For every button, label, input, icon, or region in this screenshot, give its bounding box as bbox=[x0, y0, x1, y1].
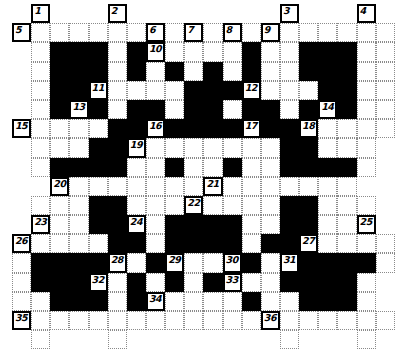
grid-cell[interactable] bbox=[376, 253, 395, 272]
grid-cell[interactable] bbox=[261, 177, 280, 196]
grid-cell[interactable] bbox=[89, 177, 108, 196]
grid-cell[interactable] bbox=[146, 138, 165, 157]
grid-cell[interactable] bbox=[242, 215, 261, 234]
blocked-cell bbox=[108, 234, 127, 253]
blocked-cell bbox=[203, 100, 222, 119]
grid-cell[interactable] bbox=[242, 138, 261, 157]
grid-cell[interactable] bbox=[146, 311, 165, 330]
blocked-cell bbox=[89, 138, 108, 157]
numbered-cell-4[interactable]: 4 bbox=[357, 4, 376, 23]
blocked-cell bbox=[223, 215, 242, 234]
grid-cell[interactable] bbox=[337, 23, 356, 42]
grid-cell[interactable] bbox=[357, 81, 376, 100]
numbered-cell-28[interactable]: 28 bbox=[108, 253, 127, 272]
numbered-cell-3[interactable]: 3 bbox=[280, 4, 299, 23]
grid-cell[interactable] bbox=[165, 177, 184, 196]
blocked-cell bbox=[318, 273, 337, 292]
grid-cell[interactable] bbox=[146, 234, 165, 253]
blocked-cell bbox=[280, 119, 299, 138]
numbered-cell-9[interactable]: 9 bbox=[261, 23, 280, 42]
grid-cell[interactable] bbox=[165, 42, 184, 61]
blocked-cell bbox=[127, 62, 146, 81]
grid-cell[interactable] bbox=[242, 311, 261, 330]
grid-cell[interactable] bbox=[108, 62, 127, 81]
clue-number: 31 bbox=[283, 255, 295, 265]
clue-number: 36 bbox=[264, 313, 276, 323]
grid-cell[interactable] bbox=[357, 158, 376, 177]
numbered-cell-36[interactable]: 36 bbox=[261, 311, 280, 330]
grid-cell[interactable] bbox=[242, 234, 261, 253]
crossword-grid: 1234567891011121314151617181920212223242… bbox=[12, 4, 395, 349]
grid-cell[interactable] bbox=[165, 196, 184, 215]
numbered-cell-1[interactable]: 1 bbox=[31, 4, 50, 23]
blocked-cell bbox=[299, 158, 318, 177]
numbered-cell-13[interactable]: 13 bbox=[69, 100, 88, 119]
grid-cell[interactable] bbox=[184, 62, 203, 81]
numbered-cell-19[interactable]: 19 bbox=[127, 138, 146, 157]
grid-cell[interactable] bbox=[50, 138, 69, 157]
grid-cell[interactable] bbox=[50, 234, 69, 253]
grid-cell[interactable] bbox=[31, 138, 50, 157]
numbered-cell-7[interactable]: 7 bbox=[184, 23, 203, 42]
grid-cell[interactable] bbox=[50, 196, 69, 215]
grid-cell[interactable] bbox=[31, 196, 50, 215]
blocked-cell bbox=[50, 42, 69, 61]
grid-cell[interactable] bbox=[299, 81, 318, 100]
blocked-cell bbox=[31, 273, 50, 292]
grid-cell[interactable] bbox=[184, 292, 203, 311]
grid-cell[interactable] bbox=[280, 100, 299, 119]
blocked-cell bbox=[337, 158, 356, 177]
numbered-cell-33[interactable]: 33 bbox=[223, 273, 242, 292]
grid-cell[interactable] bbox=[337, 119, 356, 138]
grid-cell[interactable] bbox=[50, 215, 69, 234]
clue-number: 2 bbox=[111, 6, 117, 16]
grid-cell[interactable] bbox=[69, 234, 88, 253]
grid-cell[interactable] bbox=[376, 311, 395, 330]
grid-cell[interactable] bbox=[203, 311, 222, 330]
grid-cell[interactable] bbox=[337, 234, 356, 253]
grid-cell[interactable] bbox=[357, 311, 376, 330]
grid-cell[interactable] bbox=[184, 311, 203, 330]
grid-cell[interactable] bbox=[12, 273, 31, 292]
grid-cell[interactable] bbox=[108, 311, 127, 330]
grid-cell[interactable] bbox=[127, 196, 146, 215]
grid-cell[interactable] bbox=[280, 81, 299, 100]
grid-cell[interactable] bbox=[357, 234, 376, 253]
grid-cell[interactable] bbox=[223, 138, 242, 157]
grid-cell[interactable] bbox=[203, 196, 222, 215]
grid-cell[interactable] bbox=[242, 196, 261, 215]
grid-cell[interactable] bbox=[376, 62, 395, 81]
grid-cell[interactable] bbox=[223, 100, 242, 119]
grid-cell[interactable] bbox=[146, 196, 165, 215]
blocked-cell bbox=[280, 234, 299, 253]
grid-cell[interactable] bbox=[50, 23, 69, 42]
grid-cell[interactable] bbox=[31, 23, 50, 42]
blocked-cell bbox=[203, 234, 222, 253]
grid-cell[interactable] bbox=[357, 62, 376, 81]
grid-cell[interactable] bbox=[108, 273, 127, 292]
grid-cell[interactable] bbox=[280, 42, 299, 61]
grid-cell[interactable] bbox=[31, 62, 50, 81]
clue-number: 27 bbox=[302, 236, 314, 246]
numbered-cell-27[interactable]: 27 bbox=[299, 234, 318, 253]
grid-cell[interactable] bbox=[261, 158, 280, 177]
grid-cell[interactable] bbox=[69, 138, 88, 157]
blocked-cell bbox=[299, 253, 318, 272]
grid-cell[interactable] bbox=[357, 138, 376, 157]
grid-cell[interactable] bbox=[31, 292, 50, 311]
grid-cell[interactable] bbox=[69, 196, 88, 215]
numbered-cell-21[interactable]: 21 bbox=[203, 177, 222, 196]
clue-number: 34 bbox=[149, 294, 161, 304]
grid-cell[interactable] bbox=[165, 23, 184, 42]
numbered-cell-34[interactable]: 34 bbox=[146, 292, 165, 311]
grid-cell[interactable] bbox=[280, 62, 299, 81]
blocked-cell bbox=[299, 196, 318, 215]
blocked-cell bbox=[280, 138, 299, 157]
crossword-puzzle-page: 1234567891011121314151617181920212223242… bbox=[0, 0, 400, 360]
grid-cell[interactable] bbox=[31, 119, 50, 138]
blocked-cell bbox=[89, 215, 108, 234]
clue-number: 14 bbox=[321, 102, 333, 112]
grid-cell[interactable] bbox=[108, 177, 127, 196]
blocked-cell bbox=[242, 100, 261, 119]
blocked-cell bbox=[299, 100, 318, 119]
blocked-cell bbox=[299, 138, 318, 157]
numbered-cell-18[interactable]: 18 bbox=[299, 119, 318, 138]
grid-cell[interactable] bbox=[69, 177, 88, 196]
blocked-cell bbox=[69, 62, 88, 81]
grid-cell[interactable] bbox=[223, 292, 242, 311]
blocked-cell bbox=[261, 234, 280, 253]
grid-cell[interactable] bbox=[280, 292, 299, 311]
grid-cell[interactable] bbox=[184, 138, 203, 157]
grid-cell[interactable] bbox=[127, 23, 146, 42]
blocked-cell bbox=[223, 81, 242, 100]
blocked-cell bbox=[89, 158, 108, 177]
grid-cell[interactable] bbox=[127, 253, 146, 272]
blocked-cell bbox=[280, 215, 299, 234]
numbered-cell-11[interactable]: 11 bbox=[89, 81, 108, 100]
blocked-cell bbox=[242, 62, 261, 81]
grid-cell[interactable] bbox=[357, 100, 376, 119]
grid-cell[interactable] bbox=[318, 311, 337, 330]
grid-cell[interactable] bbox=[357, 23, 376, 42]
blocked-cell bbox=[337, 253, 356, 272]
grid-cell[interactable] bbox=[146, 81, 165, 100]
grid-cell[interactable] bbox=[108, 81, 127, 100]
blocked-cell bbox=[318, 292, 337, 311]
grid-cell[interactable] bbox=[376, 81, 395, 100]
blocked-cell bbox=[337, 273, 356, 292]
grid-cell[interactable] bbox=[280, 23, 299, 42]
grid-cell[interactable] bbox=[242, 177, 261, 196]
blocked-cell bbox=[108, 138, 127, 157]
grid-cell[interactable] bbox=[318, 215, 337, 234]
blocked-cell bbox=[165, 158, 184, 177]
grid-cell[interactable] bbox=[223, 177, 242, 196]
grid-cell[interactable] bbox=[261, 81, 280, 100]
numbered-cell-31[interactable]: 31 bbox=[280, 253, 299, 272]
clue-number: 7 bbox=[187, 25, 193, 35]
numbered-cell-29[interactable]: 29 bbox=[165, 253, 184, 272]
numbered-cell-25[interactable]: 25 bbox=[357, 215, 376, 234]
grid-cell[interactable] bbox=[127, 311, 146, 330]
grid-cell[interactable] bbox=[337, 177, 356, 196]
blocked-cell bbox=[31, 253, 50, 272]
grid-cell[interactable] bbox=[376, 100, 395, 119]
grid-cell[interactable] bbox=[184, 42, 203, 61]
grid-cell[interactable] bbox=[242, 158, 261, 177]
grid-cell[interactable] bbox=[318, 119, 337, 138]
grid-cell[interactable] bbox=[89, 23, 108, 42]
blocked-cell bbox=[299, 292, 318, 311]
blocked-cell bbox=[146, 100, 165, 119]
grid-cell[interactable] bbox=[357, 196, 376, 215]
blocked-cell bbox=[203, 119, 222, 138]
grid-cell[interactable] bbox=[108, 42, 127, 61]
grid-cell[interactable] bbox=[146, 177, 165, 196]
blocked-cell bbox=[69, 273, 88, 292]
grid-cell[interactable] bbox=[12, 292, 31, 311]
grid-cell[interactable] bbox=[299, 177, 318, 196]
grid-cell[interactable] bbox=[223, 196, 242, 215]
grid-cell[interactable] bbox=[337, 215, 356, 234]
blocked-cell bbox=[69, 81, 88, 100]
blocked-cell bbox=[280, 196, 299, 215]
numbered-cell-14[interactable]: 14 bbox=[318, 100, 337, 119]
blocked-cell bbox=[50, 100, 69, 119]
grid-cell[interactable] bbox=[89, 311, 108, 330]
grid-cell[interactable] bbox=[261, 42, 280, 61]
numbered-cell-10[interactable]: 10 bbox=[146, 42, 165, 61]
numbered-cell-23[interactable]: 23 bbox=[31, 215, 50, 234]
grid-cell[interactable] bbox=[203, 138, 222, 157]
grid-cell[interactable] bbox=[203, 158, 222, 177]
blocked-cell bbox=[89, 292, 108, 311]
grid-cell[interactable] bbox=[108, 292, 127, 311]
blocked-cell bbox=[89, 253, 108, 272]
grid-cell[interactable] bbox=[31, 81, 50, 100]
clue-number: 11 bbox=[92, 83, 104, 93]
grid-cell[interactable] bbox=[69, 119, 88, 138]
grid-cell[interactable] bbox=[184, 177, 203, 196]
grid-cell[interactable] bbox=[357, 292, 376, 311]
blocked-cell bbox=[69, 253, 88, 272]
clue-number: 8 bbox=[226, 25, 232, 35]
grid-cell[interactable] bbox=[280, 330, 299, 349]
blocked-cell bbox=[69, 42, 88, 61]
grid-cell[interactable] bbox=[165, 292, 184, 311]
grid-cell[interactable] bbox=[261, 215, 280, 234]
grid-cell[interactable] bbox=[318, 23, 337, 42]
grid-cell[interactable] bbox=[146, 158, 165, 177]
numbered-cell-16[interactable]: 16 bbox=[146, 119, 165, 138]
grid-cell[interactable] bbox=[69, 311, 88, 330]
clue-number: 10 bbox=[149, 44, 161, 54]
grid-cell[interactable] bbox=[69, 215, 88, 234]
grid-cell[interactable] bbox=[127, 158, 146, 177]
grid-cell[interactable] bbox=[12, 253, 31, 272]
grid-cell[interactable] bbox=[242, 23, 261, 42]
grid-cell[interactable] bbox=[146, 273, 165, 292]
grid-cell[interactable] bbox=[89, 119, 108, 138]
grid-cell[interactable] bbox=[184, 273, 203, 292]
grid-cell[interactable] bbox=[203, 42, 222, 61]
blocked-cell bbox=[127, 119, 146, 138]
numbered-cell-15[interactable]: 15 bbox=[12, 119, 31, 138]
blocked-cell bbox=[50, 81, 69, 100]
blocked-cell bbox=[299, 42, 318, 61]
grid-cell[interactable] bbox=[108, 330, 127, 349]
grid-cell[interactable] bbox=[89, 234, 108, 253]
grid-cell[interactable] bbox=[318, 177, 337, 196]
blocked-cell bbox=[165, 215, 184, 234]
grid-cell[interactable] bbox=[50, 311, 69, 330]
numbered-cell-20[interactable]: 20 bbox=[50, 177, 69, 196]
grid-cell[interactable] bbox=[203, 23, 222, 42]
grid-cell[interactable] bbox=[184, 253, 203, 272]
clue-number: 25 bbox=[360, 217, 372, 227]
blocked-cell bbox=[299, 273, 318, 292]
grid-cell[interactable] bbox=[376, 23, 395, 42]
blocked-cell bbox=[50, 273, 69, 292]
grid-cell[interactable] bbox=[318, 196, 337, 215]
blocked-cell bbox=[108, 196, 127, 215]
grid-cell[interactable] bbox=[31, 158, 50, 177]
grid-cell[interactable] bbox=[31, 311, 50, 330]
grid-cell[interactable] bbox=[261, 196, 280, 215]
grid-cell[interactable] bbox=[337, 196, 356, 215]
clue-number: 33 bbox=[226, 275, 238, 285]
numbered-cell-24[interactable]: 24 bbox=[127, 215, 146, 234]
blocked-cell bbox=[357, 253, 376, 272]
grid-cell[interactable] bbox=[261, 62, 280, 81]
grid-cell[interactable] bbox=[261, 273, 280, 292]
blocked-cell bbox=[184, 81, 203, 100]
blocked-cell bbox=[165, 234, 184, 253]
blocked-cell bbox=[89, 100, 108, 119]
grid-cell[interactable] bbox=[223, 42, 242, 61]
numbered-cell-6[interactable]: 6 bbox=[146, 23, 165, 42]
blocked-cell bbox=[261, 100, 280, 119]
numbered-cell-32[interactable]: 32 bbox=[89, 273, 108, 292]
grid-cell[interactable] bbox=[337, 138, 356, 157]
blocked-cell bbox=[299, 215, 318, 234]
blocked-cell bbox=[50, 158, 69, 177]
numbered-cell-35[interactable]: 35 bbox=[12, 311, 31, 330]
blocked-cell bbox=[242, 42, 261, 61]
blocked-cell bbox=[127, 273, 146, 292]
blocked-cell bbox=[223, 119, 242, 138]
blocked-cell bbox=[318, 62, 337, 81]
clue-number: 5 bbox=[15, 25, 21, 35]
grid-cell[interactable] bbox=[261, 292, 280, 311]
grid-cell[interactable] bbox=[31, 42, 50, 61]
numbered-cell-2[interactable]: 2 bbox=[108, 4, 127, 23]
grid-cell[interactable] bbox=[69, 23, 88, 42]
blocked-cell bbox=[89, 42, 108, 61]
clue-number: 16 bbox=[149, 121, 161, 131]
grid-cell[interactable] bbox=[357, 330, 376, 349]
grid-cell[interactable] bbox=[165, 311, 184, 330]
grid-cell[interactable] bbox=[165, 81, 184, 100]
grid-cell[interactable] bbox=[203, 253, 222, 272]
grid-cell[interactable] bbox=[299, 23, 318, 42]
blocked-cell bbox=[203, 81, 222, 100]
grid-cell[interactable] bbox=[299, 311, 318, 330]
grid-cell[interactable] bbox=[376, 119, 395, 138]
numbered-cell-8[interactable]: 8 bbox=[223, 23, 242, 42]
grid-cell[interactable] bbox=[108, 100, 127, 119]
clue-number: 17 bbox=[245, 121, 257, 131]
blocked-cell bbox=[203, 215, 222, 234]
grid-cell[interactable] bbox=[280, 177, 299, 196]
clue-number: 3 bbox=[283, 6, 289, 16]
grid-cell[interactable] bbox=[50, 119, 69, 138]
clue-number: 22 bbox=[187, 198, 199, 208]
grid-cell[interactable] bbox=[127, 177, 146, 196]
grid-cell[interactable] bbox=[357, 273, 376, 292]
grid-cell[interactable] bbox=[146, 215, 165, 234]
blocked-cell bbox=[127, 292, 146, 311]
grid-cell[interactable] bbox=[261, 253, 280, 272]
numbered-cell-26[interactable]: 26 bbox=[12, 234, 31, 253]
blocked-cell bbox=[127, 42, 146, 61]
grid-cell[interactable] bbox=[165, 100, 184, 119]
grid-cell[interactable] bbox=[184, 158, 203, 177]
blocked-cell bbox=[165, 273, 184, 292]
blocked-cell bbox=[203, 273, 222, 292]
grid-cell[interactable] bbox=[31, 234, 50, 253]
grid-cell[interactable] bbox=[280, 311, 299, 330]
clue-number: 35 bbox=[15, 313, 27, 323]
grid-cell[interactable] bbox=[318, 138, 337, 157]
blocked-cell bbox=[318, 253, 337, 272]
blocked-cell bbox=[108, 158, 127, 177]
grid-cell[interactable] bbox=[203, 292, 222, 311]
grid-cell[interactable] bbox=[146, 62, 165, 81]
grid-cell[interactable] bbox=[357, 42, 376, 61]
grid-cell[interactable] bbox=[376, 234, 395, 253]
blocked-cell bbox=[69, 292, 88, 311]
grid-cell[interactable] bbox=[31, 330, 50, 349]
grid-cell[interactable] bbox=[127, 81, 146, 100]
clue-number: 6 bbox=[149, 25, 155, 35]
grid-cell[interactable] bbox=[31, 100, 50, 119]
grid-cell[interactable] bbox=[223, 311, 242, 330]
numbered-cell-17[interactable]: 17 bbox=[242, 119, 261, 138]
grid-cell[interactable] bbox=[108, 23, 127, 42]
grid-cell[interactable] bbox=[376, 42, 395, 61]
grid-cell[interactable] bbox=[337, 311, 356, 330]
grid-cell[interactable] bbox=[242, 273, 261, 292]
numbered-cell-12[interactable]: 12 bbox=[242, 81, 261, 100]
grid-cell[interactable] bbox=[165, 138, 184, 157]
grid-cell[interactable] bbox=[223, 62, 242, 81]
blocked-cell bbox=[127, 234, 146, 253]
numbered-cell-22[interactable]: 22 bbox=[184, 196, 203, 215]
grid-cell[interactable] bbox=[261, 138, 280, 157]
grid-cell[interactable] bbox=[318, 234, 337, 253]
numbered-cell-5[interactable]: 5 bbox=[12, 23, 31, 42]
numbered-cell-30[interactable]: 30 bbox=[223, 253, 242, 272]
blocked-cell bbox=[184, 119, 203, 138]
clue-number: 20 bbox=[53, 179, 65, 189]
grid-cell[interactable] bbox=[357, 119, 376, 138]
